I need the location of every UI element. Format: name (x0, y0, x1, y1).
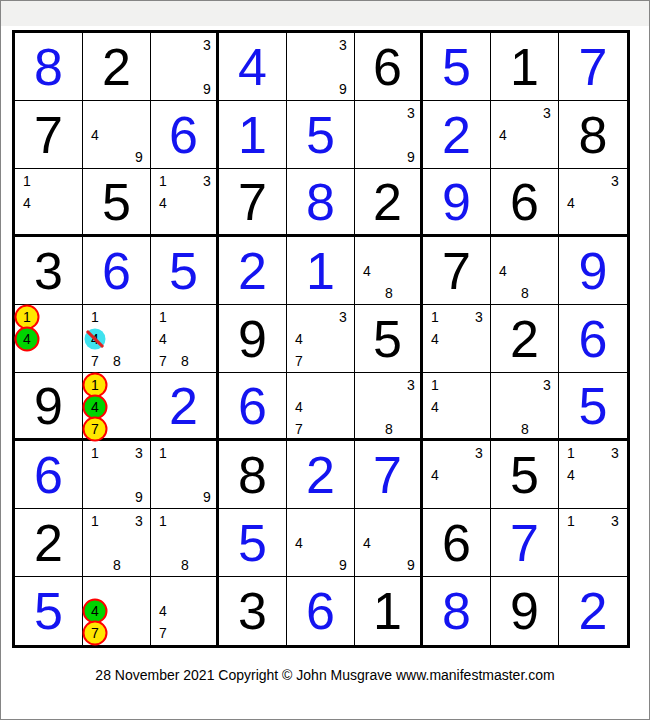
cell-r5c2[interactable]: 1478 (83, 305, 151, 373)
pencil-mark: 9 (339, 558, 347, 572)
cell-r6c9[interactable]: 5 (559, 373, 627, 441)
pencil-mark: 4 (567, 196, 575, 210)
cell-r5c9[interactable]: 6 (559, 305, 627, 373)
solved-digit: 6 (219, 373, 286, 438)
cell-r5c4[interactable]: 9 (219, 305, 287, 373)
cell-r2c7[interactable]: 2 (423, 101, 491, 169)
solved-digit: 7 (559, 33, 627, 100)
pencil-mark: 7 (295, 354, 303, 368)
given-digit: 7 (15, 101, 82, 168)
cell-r1c4[interactable]: 4 (219, 33, 287, 101)
pencil-mark: 4 (159, 332, 167, 346)
pencil-mark: 3 (135, 514, 143, 528)
pencil-mark: 8 (385, 422, 393, 436)
given-digit: 3 (219, 577, 286, 645)
pencil-mark: 8 (113, 354, 121, 368)
pencil-mark: 7 (159, 626, 167, 640)
cell-r7c8[interactable]: 5 (491, 441, 559, 509)
solved-digit: 2 (151, 373, 216, 438)
solved-digit: 8 (15, 33, 82, 100)
solved-digit: 5 (287, 101, 354, 168)
pencil-mark: 1 (91, 378, 99, 392)
pencil-mark: 4 (363, 536, 371, 550)
solved-digit: 5 (423, 33, 490, 100)
pencil-mark: 4 (91, 604, 99, 618)
cell-r2c8[interactable]: 34 (491, 101, 559, 169)
cell-r9c9[interactable]: 2 (559, 577, 627, 645)
cell-r8c8[interactable]: 7 (491, 509, 559, 577)
pencil-mark: 8 (181, 354, 189, 368)
cell-r9c2[interactable]: 47 (83, 577, 151, 645)
solved-digit: 5 (559, 373, 627, 438)
pencil-mark: 3 (611, 446, 619, 460)
cell-r6c1[interactable]: 9 (15, 373, 83, 441)
solved-digit: 2 (423, 101, 490, 168)
solved-digit: 7 (355, 441, 420, 508)
pencil-mark: 4 (159, 604, 167, 618)
pencil-mark: 3 (339, 310, 347, 324)
cell-r1c9[interactable]: 7 (559, 33, 627, 101)
pencil-mark: 3 (611, 174, 619, 188)
pencil-mark: 8 (521, 422, 529, 436)
cell-r2c9[interactable]: 8 (559, 101, 627, 169)
pencil-mark: 4 (499, 264, 507, 278)
solved-digit: 2 (559, 577, 627, 645)
top-band (1, 1, 649, 26)
solved-digit: 6 (151, 101, 216, 168)
solved-digit: 7 (491, 509, 558, 576)
pencil-mark: 9 (203, 82, 211, 96)
pencil-mark: 7 (159, 354, 167, 368)
cell-r4c3[interactable]: 5 (151, 237, 219, 305)
cell-r2c5[interactable]: 5 (287, 101, 355, 169)
cell-r8c4[interactable]: 5 (219, 509, 287, 577)
solved-digit: 2 (219, 237, 286, 304)
solved-digit: 5 (15, 577, 82, 645)
cell-r7c1[interactable]: 6 (15, 441, 83, 509)
solved-digit: 5 (219, 509, 286, 576)
cell-r3c3[interactable]: 134 (151, 169, 219, 237)
footer-text: 28 November 2021 Copyright © John Musgra… (1, 667, 649, 683)
pencil-mark: 7 (295, 422, 303, 436)
pencil-mark: 1 (159, 514, 167, 528)
given-digit: 5 (83, 169, 150, 234)
cell-r5c8[interactable]: 2 (491, 305, 559, 373)
cell-r3c4[interactable]: 7 (219, 169, 287, 237)
cell-r4c1[interactable]: 3 (15, 237, 83, 305)
solved-digit: 9 (423, 169, 490, 234)
cell-r1c5[interactable]: 39 (287, 33, 355, 101)
solved-digit: 1 (219, 101, 286, 168)
solved-digit: 6 (287, 577, 354, 645)
given-digit: 1 (355, 577, 420, 645)
pencil-mark: 4 (91, 128, 99, 142)
cell-r3c2[interactable]: 5 (83, 169, 151, 237)
cell-r6c2[interactable]: 147 (83, 373, 151, 441)
cell-r9c6[interactable]: 1 (355, 577, 423, 645)
cell-r4c4[interactable]: 2 (219, 237, 287, 305)
cell-r8c2[interactable]: 138 (83, 509, 151, 577)
pencil-mark: 7 (91, 422, 99, 436)
pencil-mark: 1 (91, 310, 99, 324)
cell-r7c4[interactable]: 8 (219, 441, 287, 509)
given-digit: 9 (219, 305, 286, 372)
pencil-mark: 3 (407, 378, 415, 392)
given-digit: 6 (355, 33, 420, 100)
pencil-mark: 3 (407, 106, 415, 120)
given-digit: 9 (491, 577, 558, 645)
cell-r4c6[interactable]: 48 (355, 237, 423, 305)
pencil-mark: 1 (23, 174, 31, 188)
cell-r8c3[interactable]: 18 (151, 509, 219, 577)
pencil-mark: 9 (135, 150, 143, 164)
cell-r2c2[interactable]: 49 (83, 101, 151, 169)
given-digit: 1 (491, 33, 558, 100)
pencil-mark: 9 (407, 558, 415, 572)
cell-r8c5[interactable]: 49 (287, 509, 355, 577)
cell-r3c5[interactable]: 8 (287, 169, 355, 237)
pencil-mark: 3 (475, 310, 483, 324)
pencil-mark: 1 (159, 446, 167, 460)
pencil-mark: 3 (203, 174, 211, 188)
pencil-mark: 1 (91, 446, 99, 460)
pencil-mark: 3 (203, 38, 211, 52)
cell-r6c7[interactable]: 14 (423, 373, 491, 441)
cell-r4c9[interactable]: 9 (559, 237, 627, 305)
cell-r2c3[interactable]: 6 (151, 101, 219, 169)
pencil-mark: 1 (567, 446, 575, 460)
cell-r2c1[interactable]: 7 (15, 101, 83, 169)
pencil-mark: 3 (543, 378, 551, 392)
pencil-mark: 3 (543, 106, 551, 120)
solved-digit: 6 (15, 441, 82, 508)
cell-r3c9[interactable]: 34 (559, 169, 627, 237)
solved-digit: 6 (83, 237, 150, 304)
sudoku-page: 8239439651774961539234814513478296343652… (0, 0, 650, 720)
pencil-mark: 4 (431, 332, 439, 346)
cell-r5c6[interactable]: 5 (355, 305, 423, 373)
pencil-mark: 3 (611, 514, 619, 528)
cell-r4c8[interactable]: 48 (491, 237, 559, 305)
cell-r3c6[interactable]: 2 (355, 169, 423, 237)
pencil-mark: 1 (23, 310, 31, 324)
given-digit: 9 (15, 373, 82, 438)
cell-r9c4[interactable]: 3 (219, 577, 287, 645)
pencil-mark: 8 (113, 558, 121, 572)
pencil-mark: 4 (431, 400, 439, 414)
cell-r4c7[interactable]: 7 (423, 237, 491, 305)
pencil-mark: 7 (91, 626, 99, 640)
pencil-mark: 3 (475, 446, 483, 460)
solved-digit: 8 (423, 577, 490, 645)
cell-r6c4[interactable]: 6 (219, 373, 287, 441)
pencil-mark: 4 (567, 468, 575, 482)
pencil-mark: 1 (159, 174, 167, 188)
given-digit: 6 (491, 169, 558, 234)
cell-r7c3[interactable]: 19 (151, 441, 219, 509)
cell-r3c7[interactable]: 9 (423, 169, 491, 237)
pencil-mark: 9 (407, 150, 415, 164)
pencil-mark: 9 (203, 490, 211, 504)
cell-r3c8[interactable]: 6 (491, 169, 559, 237)
solved-digit: 8 (287, 169, 354, 234)
pencil-mark: 1 (159, 310, 167, 324)
cell-r6c8[interactable]: 38 (491, 373, 559, 441)
solved-digit: 5 (151, 237, 216, 304)
given-digit: 2 (491, 305, 558, 372)
cell-r6c5[interactable]: 47 (287, 373, 355, 441)
cell-r1c3[interactable]: 39 (151, 33, 219, 101)
cell-r9c7[interactable]: 8 (423, 577, 491, 645)
cell-r6c6[interactable]: 38 (355, 373, 423, 441)
cell-r8c7[interactable]: 6 (423, 509, 491, 577)
given-digit: 2 (83, 33, 150, 100)
pencil-mark: 7 (91, 354, 99, 368)
cell-r7c2[interactable]: 139 (83, 441, 151, 509)
pencil-mark: 4 (499, 128, 507, 142)
pencil-mark: 3 (339, 38, 347, 52)
given-digit: 5 (491, 441, 558, 508)
cell-r6c3[interactable]: 2 (151, 373, 219, 441)
pencil-mark: 9 (339, 82, 347, 96)
cell-r1c6[interactable]: 6 (355, 33, 423, 101)
solved-digit: 4 (219, 33, 286, 100)
cell-r8c9[interactable]: 13 (559, 509, 627, 577)
solved-digit: 6 (559, 305, 627, 372)
given-digit: 7 (423, 237, 490, 304)
given-digit: 8 (559, 101, 627, 168)
pencil-mark: 1 (567, 514, 575, 528)
pencil-mark: 8 (521, 286, 529, 300)
given-digit: 6 (423, 509, 490, 576)
pencil-mark: 4 (295, 536, 303, 550)
pencil-mark: 4 (295, 332, 303, 346)
cell-r7c6[interactable]: 7 (355, 441, 423, 509)
pencil-mark: 4 (431, 468, 439, 482)
cell-r8c1[interactable]: 2 (15, 509, 83, 577)
sudoku-grid: 8239439651774961539234814513478296343652… (12, 30, 630, 648)
cell-r1c1[interactable]: 8 (15, 33, 83, 101)
given-digit: 8 (219, 441, 286, 508)
given-digit: 2 (355, 169, 420, 234)
cell-r5c7[interactable]: 134 (423, 305, 491, 373)
cell-r7c9[interactable]: 134 (559, 441, 627, 509)
cell-r1c8[interactable]: 1 (491, 33, 559, 101)
pencil-mark: 4 (23, 332, 31, 346)
pencil-mark: 3 (135, 446, 143, 460)
pencil-mark: 4 (295, 400, 303, 414)
given-digit: 2 (15, 509, 82, 576)
pencil-mark: 8 (181, 558, 189, 572)
pencil-mark: 4 (23, 196, 31, 210)
cell-r9c8[interactable]: 9 (491, 577, 559, 645)
cell-r1c7[interactable]: 5 (423, 33, 491, 101)
given-digit: 5 (355, 305, 420, 372)
pencil-mark: 1 (431, 310, 439, 324)
given-digit: 3 (15, 237, 82, 304)
cell-r4c2[interactable]: 6 (83, 237, 151, 305)
cell-r9c3[interactable]: 47 (151, 577, 219, 645)
cell-r1c2[interactable]: 2 (83, 33, 151, 101)
cell-r5c5[interactable]: 347 (287, 305, 355, 373)
cell-r4c5[interactable]: 1 (287, 237, 355, 305)
cell-r2c4[interactable]: 1 (219, 101, 287, 169)
cell-r9c5[interactable]: 6 (287, 577, 355, 645)
given-digit: 7 (219, 169, 286, 234)
cell-r5c1[interactable]: 14 (15, 305, 83, 373)
pencil-mark: 4 (363, 264, 371, 278)
pencil-mark: 4 (159, 196, 167, 210)
solved-digit: 9 (559, 237, 627, 304)
pencil-mark: 9 (135, 490, 143, 504)
solved-digit: 2 (287, 441, 354, 508)
solved-digit: 1 (287, 237, 354, 304)
cell-r5c3[interactable]: 1478 (151, 305, 219, 373)
cell-r7c7[interactable]: 34 (423, 441, 491, 509)
cell-r9c1[interactable]: 5 (15, 577, 83, 645)
cell-r7c5[interactable]: 2 (287, 441, 355, 509)
pencil-mark: 8 (385, 286, 393, 300)
pencil-mark: 1 (431, 378, 439, 392)
cell-r8c6[interactable]: 49 (355, 509, 423, 577)
cell-r3c1[interactable]: 14 (15, 169, 83, 237)
cell-r2c6[interactable]: 39 (355, 101, 423, 169)
pencil-mark: 1 (91, 514, 99, 528)
pencil-mark: 4 (91, 400, 99, 414)
